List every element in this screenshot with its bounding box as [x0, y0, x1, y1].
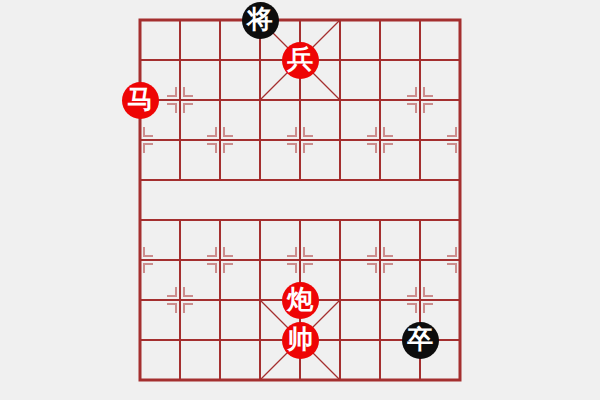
piece-red-general[interactable]: 帅: [282, 322, 319, 359]
xiangqi-board: 将兵马炮帅卒: [0, 0, 600, 400]
piece-black-general[interactable]: 将: [242, 2, 279, 39]
xiangqi-diagram: 将兵马炮帅卒: [0, 0, 600, 400]
pieces-layer: 将兵马炮帅卒: [120, 0, 480, 400]
piece-red-horse[interactable]: 马: [122, 82, 159, 119]
piece-red-cannon[interactable]: 炮: [282, 282, 319, 319]
piece-black-soldier[interactable]: 卒: [402, 322, 439, 359]
piece-red-soldier[interactable]: 兵: [282, 42, 319, 79]
